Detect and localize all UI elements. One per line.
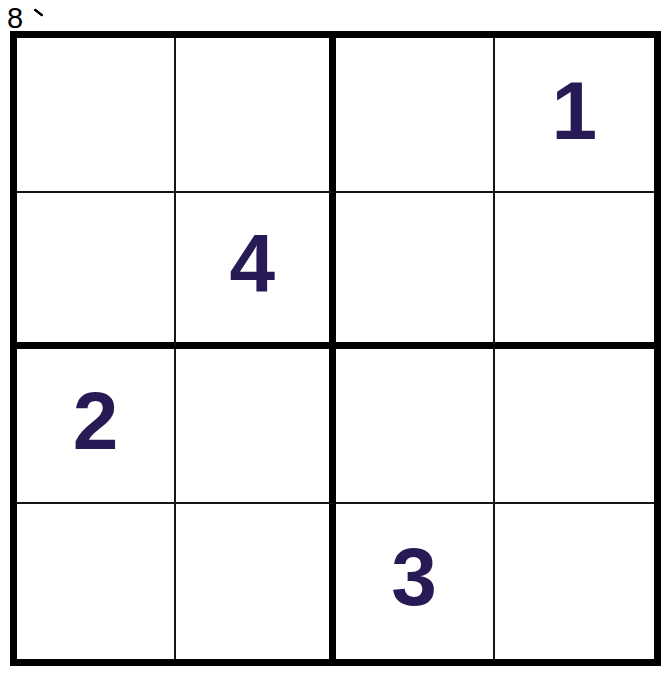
cell-r1c4[interactable]: 1 [495,38,654,193]
given-digit: 4 [230,222,276,304]
cell-r3c2[interactable] [176,349,335,504]
cell-r1c3[interactable] [336,38,495,193]
sudoku-board: 1423 [10,31,661,666]
cell-r3c1[interactable]: 2 [17,349,176,504]
cell-r1c2[interactable] [176,38,335,193]
cell-r4c1[interactable] [17,504,176,659]
ideographic-comma [31,2,47,24]
cell-r2c3[interactable] [336,193,495,348]
cell-r2c2[interactable]: 4 [176,193,335,348]
cell-r2c1[interactable] [17,193,176,348]
given-digit: 3 [391,536,437,618]
cell-r4c3[interactable]: 3 [336,504,495,659]
cell-r3c4[interactable] [495,349,654,504]
cell-r1c1[interactable] [17,38,176,193]
cell-r3c3[interactable] [336,349,495,504]
given-digit: 2 [73,380,119,462]
cell-r4c2[interactable] [176,504,335,659]
cell-r4c4[interactable] [495,504,654,659]
given-digit: 1 [552,70,598,152]
cell-r2c4[interactable] [495,193,654,348]
